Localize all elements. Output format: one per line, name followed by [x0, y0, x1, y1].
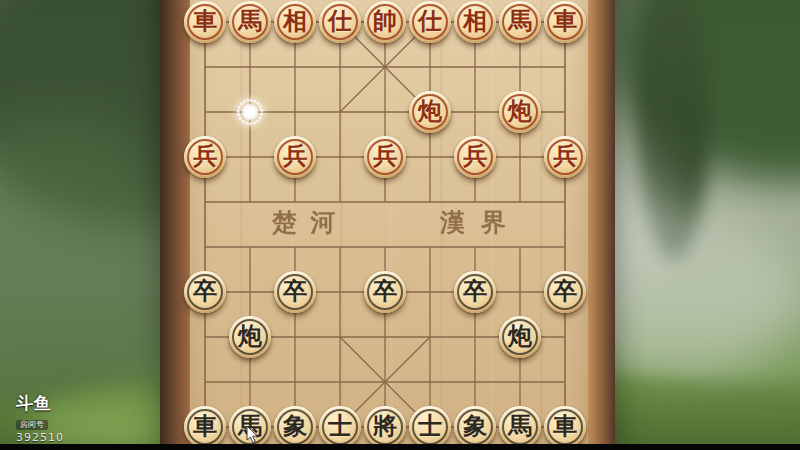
piece-character: 車 — [193, 414, 217, 438]
piece-character: 卒 — [283, 279, 307, 303]
piece-black-卒[interactable]: 卒 — [364, 271, 406, 313]
piece-red-兵[interactable]: 兵 — [454, 136, 496, 178]
piece-character: 相 — [463, 9, 487, 33]
piece-red-仕[interactable]: 仕 — [319, 1, 361, 43]
piece-black-車[interactable]: 車 — [544, 406, 586, 448]
piece-character: 馬 — [238, 9, 262, 33]
piece-black-卒[interactable]: 卒 — [274, 271, 316, 313]
piece-black-士[interactable]: 士 — [409, 406, 451, 448]
piece-red-兵[interactable]: 兵 — [274, 136, 316, 178]
piece-character: 帥 — [373, 9, 397, 33]
piece-character: 炮 — [508, 99, 532, 123]
letterbox-bar — [0, 444, 800, 450]
piece-red-炮[interactable]: 炮 — [499, 91, 541, 133]
douyu-watermark: 斗鱼 房间号 392510 — [16, 394, 64, 445]
piece-character: 車 — [193, 9, 217, 33]
piece-red-炮[interactable]: 炮 — [409, 91, 451, 133]
piece-character: 炮 — [508, 324, 532, 348]
piece-character: 馬 — [508, 9, 532, 33]
piece-red-車[interactable]: 車 — [544, 1, 586, 43]
piece-character: 車 — [553, 414, 577, 438]
piece-black-卒[interactable]: 卒 — [184, 271, 226, 313]
douyu-logo: 斗鱼 — [16, 394, 64, 413]
piece-character: 兵 — [373, 144, 397, 168]
river-label-right: 漢界 — [440, 206, 522, 239]
piece-red-兵[interactable]: 兵 — [544, 136, 586, 178]
piece-black-象[interactable]: 象 — [454, 406, 496, 448]
piece-red-帥[interactable]: 帥 — [364, 1, 406, 43]
piece-red-相[interactable]: 相 — [454, 1, 496, 43]
piece-character: 將 — [373, 414, 397, 438]
river-label-left: 楚河 — [272, 206, 348, 239]
piece-black-象[interactable]: 象 — [274, 406, 316, 448]
last-move-origin-marker — [240, 102, 260, 122]
piece-character: 卒 — [193, 279, 217, 303]
piece-character: 士 — [418, 414, 442, 438]
room-number-caption: 房间号 — [16, 420, 48, 431]
piece-black-將[interactable]: 將 — [364, 406, 406, 448]
piece-red-兵[interactable]: 兵 — [364, 136, 406, 178]
piece-character: 仕 — [328, 9, 352, 33]
piece-character: 炮 — [418, 99, 442, 123]
piece-black-馬[interactable]: 馬 — [499, 406, 541, 448]
piece-character: 兵 — [553, 144, 577, 168]
room-number: 392510 — [16, 432, 64, 444]
piece-character: 兵 — [283, 144, 307, 168]
piece-character: 卒 — [373, 279, 397, 303]
piece-character: 炮 — [238, 324, 262, 348]
piece-character: 車 — [553, 9, 577, 33]
piece-red-兵[interactable]: 兵 — [184, 136, 226, 178]
piece-character: 馬 — [508, 414, 532, 438]
piece-character: 象 — [463, 414, 487, 438]
piece-red-仕[interactable]: 仕 — [409, 1, 451, 43]
piece-character: 象 — [283, 414, 307, 438]
piece-red-車[interactable]: 車 — [184, 1, 226, 43]
piece-black-卒[interactable]: 卒 — [454, 271, 496, 313]
mouse-cursor — [246, 426, 260, 444]
piece-black-卒[interactable]: 卒 — [544, 271, 586, 313]
piece-character: 卒 — [553, 279, 577, 303]
piece-character: 士 — [328, 414, 352, 438]
board-surface[interactable] — [190, 0, 588, 450]
piece-character: 兵 — [463, 144, 487, 168]
piece-character: 相 — [283, 9, 307, 33]
piece-character: 仕 — [418, 9, 442, 33]
piece-red-馬[interactable]: 馬 — [499, 1, 541, 43]
piece-red-相[interactable]: 相 — [274, 1, 316, 43]
piece-character: 卒 — [463, 279, 487, 303]
piece-black-車[interactable]: 車 — [184, 406, 226, 448]
piece-black-炮[interactable]: 炮 — [499, 316, 541, 358]
piece-red-馬[interactable]: 馬 — [229, 1, 271, 43]
piece-character: 兵 — [193, 144, 217, 168]
piece-black-士[interactable]: 士 — [319, 406, 361, 448]
piece-black-炮[interactable]: 炮 — [229, 316, 271, 358]
xiangqi-game-screen: 楚河 漢界 車馬相仕帥仕相馬車炮炮兵兵兵兵兵卒卒卒卒卒炮炮車馬象士將士象馬車 斗… — [0, 0, 800, 450]
